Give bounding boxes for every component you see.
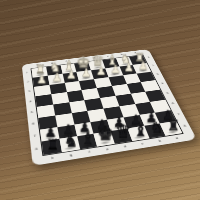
square-h4 bbox=[35, 94, 53, 106]
square-f8: ♝ bbox=[77, 134, 98, 150]
piece-white-pawn: ♟ bbox=[124, 62, 134, 73]
piece-black-bishop: ♝ bbox=[81, 130, 96, 147]
piece-black-rook: ♜ bbox=[46, 138, 59, 152]
square-a5 bbox=[145, 90, 165, 102]
file-label: h bbox=[43, 154, 63, 162]
piece-white-pawn: ♟ bbox=[96, 66, 106, 77]
file-label: b bbox=[150, 138, 169, 146]
piece-white-pawn: ♟ bbox=[66, 69, 76, 80]
square-e8: ♚ bbox=[94, 131, 115, 146]
piece-white-pawn: ♟ bbox=[110, 64, 120, 75]
piece-black-bishop: ♝ bbox=[133, 122, 148, 138]
file-label: c bbox=[133, 140, 152, 148]
board-grid: ♜♞♝♚♛♝♞♜♟♟♟♟♟♟♟♟♟♟♟♟♟♟♟♟♜♞♝♚♛♝♞♜ bbox=[31, 54, 184, 156]
piece-black-knight: ♞ bbox=[64, 134, 78, 149]
file-label: e bbox=[98, 146, 117, 154]
chess-set-photo: ♜♞♝♚♛♝♞♜♟♟♟♟♟♟♟♟♟♟♟♟♟♟♟♟♜♞♝♚♛♝♞♜ hgfedcb… bbox=[0, 0, 200, 200]
file-label: d bbox=[115, 143, 134, 151]
piece-black-queen: ♛ bbox=[115, 123, 131, 141]
piece-white-pawn: ♟ bbox=[138, 60, 148, 71]
square-e2: ♟ bbox=[77, 70, 94, 81]
rank-label: 7 bbox=[31, 130, 39, 144]
piece-black-knight: ♞ bbox=[150, 121, 163, 136]
piece-black-king: ♚ bbox=[97, 125, 114, 144]
square-g2: ♟ bbox=[48, 74, 65, 85]
chess-board-mat: ♜♞♝♚♛♝♞♜♟♟♟♟♟♟♟♟♟♟♟♟♟♟♟♟♜♞♝♚♛♝♞♜ hgfedcb… bbox=[22, 49, 197, 166]
square-h8: ♜ bbox=[42, 139, 62, 155]
file-label: g bbox=[61, 152, 81, 160]
square-d5 bbox=[100, 96, 119, 109]
piece-white-pawn: ♟ bbox=[51, 71, 61, 82]
rank-label: 5 bbox=[162, 89, 173, 100]
piece-black-rook: ♜ bbox=[167, 119, 179, 133]
square-e4 bbox=[82, 88, 100, 100]
board-wrap: ♜♞♝♚♛♝♞♜♟♟♟♟♟♟♟♟♟♟♟♟♟♟♟♟♜♞♝♚♛♝♞♜ hgfedcb… bbox=[27, 25, 173, 171]
file-label: a bbox=[167, 135, 186, 143]
square-g8: ♞ bbox=[59, 136, 79, 152]
piece-white-pawn: ♟ bbox=[36, 73, 46, 85]
piece-white-pawn: ♟ bbox=[81, 68, 91, 79]
rank-label: 8 bbox=[32, 143, 41, 158]
file-label: f bbox=[80, 149, 99, 157]
